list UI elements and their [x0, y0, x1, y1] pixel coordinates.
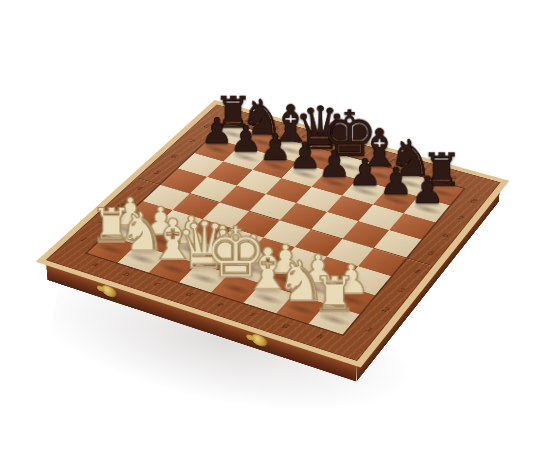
piece-white-rook-h1[interactable]: ♜ [310, 224, 357, 319]
brass-clasp [252, 333, 267, 348]
product-photo-stage: aabbccddeeffgghh8877665544332211 ♜♞♝♛♚♝♞… [0, 0, 550, 450]
piece-black-pawn-h7[interactable]: ♟ [405, 122, 449, 209]
pieces-layer: ♜♞♝♛♚♝♞♜♟♟♟♟♟♟♟♟♟♟♟♟♟♟♟♟♜♞♝♛♚♝♞♜ [46, 104, 501, 361]
chess-board: aabbccddeeffgghh8877665544332211 ♜♞♝♛♚♝♞… [36, 100, 510, 368]
scene: aabbccddeeffgghh8877665544332211 ♜♞♝♛♚♝♞… [0, 0, 550, 450]
brass-clasp [102, 284, 117, 299]
